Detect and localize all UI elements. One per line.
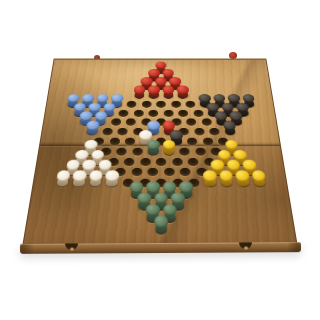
peg-yellow-r13-c13[interactable] [251, 171, 266, 187]
peg-white-r13-c1[interactable] [55, 171, 70, 187]
peg-yellow-r10-c6[interactable] [162, 140, 175, 155]
hole-r8-c8[interactable] [194, 128, 204, 135]
board-edge [20, 242, 301, 254]
hole-r7-c3[interactable] [110, 119, 120, 126]
hole-r5-c5[interactable] [127, 101, 137, 108]
hinge-notch-left [65, 244, 78, 250]
hole-r6-c9[interactable] [193, 110, 203, 117]
hole-r9-c2[interactable] [109, 138, 120, 146]
hole-r5-c9[interactable] [186, 101, 196, 108]
hole-r6-c7[interactable] [164, 110, 174, 117]
hole-r6-c8[interactable] [178, 110, 188, 117]
peg-green-r17-c1[interactable] [154, 216, 168, 234]
game-board [22, 59, 297, 246]
peg-red-r4-c3[interactable] [162, 86, 174, 99]
hole-r6-c4[interactable] [119, 110, 129, 117]
hole-r11-c4[interactable] [124, 158, 135, 166]
hole-r9-c7[interactable] [187, 138, 197, 146]
peg-green-r10-c5[interactable] [147, 140, 160, 155]
peg-yellow-r13-c12[interactable] [235, 171, 250, 187]
hole-r10-c8[interactable] [195, 148, 206, 156]
hole-r9-c8[interactable] [202, 138, 213, 146]
hole-r12-c5[interactable] [131, 168, 142, 176]
hole-r10-c4[interactable] [132, 148, 142, 156]
peg-red-r4-c2[interactable] [148, 86, 160, 99]
peg-yellow-r13-c10[interactable] [203, 171, 217, 187]
hole-r5-c8[interactable] [171, 101, 181, 108]
hole-r11-c7[interactable] [172, 158, 182, 166]
peg-blue-r8-c1[interactable] [86, 121, 100, 135]
peg-yellow-r13-c11[interactable] [219, 171, 234, 187]
hole-r6-c5[interactable] [134, 110, 144, 117]
hole-r8-c2[interactable] [102, 128, 112, 135]
peg-white-r13-c4[interactable] [105, 171, 119, 187]
hole-r12-c7[interactable] [164, 168, 175, 176]
board-perspective-wrapper [22, 59, 297, 246]
hole-r5-c6[interactable] [141, 101, 151, 108]
hole-r7-c9[interactable] [201, 119, 211, 126]
hole-r12-c8[interactable] [180, 168, 191, 176]
hole-r8-c3[interactable] [118, 128, 128, 135]
hole-r11-c5[interactable] [140, 158, 150, 166]
peg-white-r13-c3[interactable] [88, 171, 103, 187]
peg-white-r13-c2[interactable] [72, 171, 87, 187]
hole-r5-c7[interactable] [156, 101, 166, 108]
hole-r7-c8[interactable] [186, 119, 196, 126]
peg-black-r8-c10[interactable] [223, 121, 237, 135]
product-photo [0, 0, 320, 320]
hole-r10-c3[interactable] [116, 148, 127, 156]
hole-r6-c6[interactable] [149, 110, 159, 117]
hole-r11-c6[interactable] [156, 158, 166, 166]
hole-r11-c8[interactable] [188, 158, 199, 166]
peg-red-r4-c4[interactable] [177, 86, 189, 99]
hole-r8-c9[interactable] [209, 128, 219, 135]
hole-r7-c4[interactable] [126, 119, 136, 126]
peg-red-r4-c1[interactable] [133, 86, 145, 99]
hinge-notch-right [239, 242, 252, 248]
hole-r12-c6[interactable] [148, 168, 159, 176]
hole-r10-c7[interactable] [179, 148, 189, 156]
